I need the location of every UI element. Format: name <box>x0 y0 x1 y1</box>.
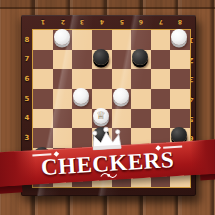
king-crown-mark: ♕ <box>93 109 109 123</box>
white-man-piece[interactable] <box>54 29 70 45</box>
rank-label-left-7: 7 <box>21 50 33 70</box>
square-c6[interactable] <box>72 69 92 89</box>
file-label-7: 7 <box>151 17 171 29</box>
white-man-piece[interactable] <box>73 88 89 104</box>
square-b8[interactable] <box>53 30 73 50</box>
square-g4[interactable] <box>151 109 171 129</box>
square-e7[interactable] <box>112 50 132 70</box>
square-b4[interactable] <box>53 109 73 129</box>
black-man-piece[interactable] <box>93 49 109 65</box>
square-d7[interactable] <box>92 50 112 70</box>
square-b5[interactable] <box>53 89 73 109</box>
rank-label-left-4: 4 <box>21 109 33 129</box>
game-splash: 8765432 1234567 12345678 ♕ CHECKERS <box>0 0 215 215</box>
file-label-4: 4 <box>92 17 112 29</box>
wood-plank-seam <box>0 0 215 9</box>
white-man-piece[interactable] <box>113 88 129 104</box>
square-f7[interactable] <box>131 50 151 70</box>
rank-label-left-3: 3 <box>21 128 33 148</box>
square-a5[interactable] <box>33 89 53 109</box>
square-e8[interactable] <box>112 30 132 50</box>
file-label-2: 2 <box>53 17 73 29</box>
rank-label-left-8: 8 <box>21 30 33 50</box>
white-king-piece[interactable]: ♕ <box>93 108 109 124</box>
file-label-3: 3 <box>72 17 92 29</box>
rank-label-left-5: 5 <box>21 89 33 109</box>
ribbon-flourish-icon <box>99 171 117 179</box>
square-a6[interactable] <box>33 69 53 89</box>
square-c5[interactable] <box>72 89 92 109</box>
square-d6[interactable] <box>92 69 112 89</box>
square-c8[interactable] <box>72 30 92 50</box>
square-h4[interactable] <box>170 109 190 129</box>
square-d8[interactable] <box>92 30 112 50</box>
white-man-piece[interactable] <box>171 29 187 45</box>
file-label-8: 8 <box>170 17 190 29</box>
square-h6[interactable] <box>170 69 190 89</box>
square-a4[interactable] <box>33 109 53 129</box>
square-c7[interactable] <box>72 50 92 70</box>
crown-icon <box>84 124 127 151</box>
square-a8[interactable] <box>33 30 53 50</box>
square-f5[interactable] <box>131 89 151 109</box>
file-label-1: 1 <box>33 17 53 29</box>
rank-label-left-6: 6 <box>21 69 33 89</box>
file-labels-top: 12345678 <box>33 17 190 29</box>
square-f6[interactable] <box>131 69 151 89</box>
square-f8[interactable] <box>131 30 151 50</box>
square-h8[interactable] <box>170 30 190 50</box>
square-e6[interactable] <box>112 69 132 89</box>
square-g8[interactable] <box>151 30 171 50</box>
square-e5[interactable] <box>112 89 132 109</box>
square-a7[interactable] <box>33 50 53 70</box>
square-a3[interactable] <box>33 128 53 148</box>
square-d5[interactable] <box>92 89 112 109</box>
square-g6[interactable] <box>151 69 171 89</box>
square-f4[interactable] <box>131 109 151 129</box>
square-b3[interactable] <box>53 128 73 148</box>
square-g5[interactable] <box>151 89 171 109</box>
black-man-piece[interactable] <box>132 49 148 65</box>
file-label-5: 5 <box>112 17 132 29</box>
square-h7[interactable] <box>170 50 190 70</box>
file-label-6: 6 <box>131 17 151 29</box>
square-h5[interactable] <box>170 89 190 109</box>
square-b6[interactable] <box>53 69 73 89</box>
square-b7[interactable] <box>53 50 73 70</box>
square-g7[interactable] <box>151 50 171 70</box>
